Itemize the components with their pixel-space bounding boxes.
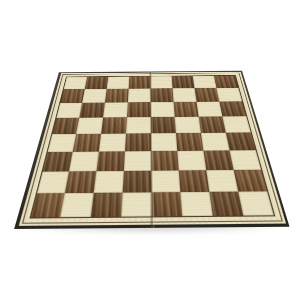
square-a1 [30,193,65,217]
square-f8 [172,76,195,89]
square-a2 [37,171,70,193]
square-e8 [150,76,172,89]
square-a4 [47,134,76,152]
square-c3 [97,151,125,171]
square-c1 [91,192,123,216]
square-c5 [101,117,127,133]
square-a6 [56,103,83,118]
square-g5 [198,117,225,133]
square-g7 [194,88,219,102]
square-e4 [151,133,177,151]
square-d8 [129,76,151,89]
square-c2 [94,171,124,193]
square-b1 [61,193,94,217]
square-g4 [201,133,230,151]
square-f7 [172,88,196,102]
square-a8 [63,77,87,90]
square-f3 [177,151,206,171]
square-f6 [173,102,198,117]
square-d1 [121,192,151,216]
square-d5 [126,117,151,133]
square-f2 [179,170,209,192]
square-h8 [214,75,238,88]
square-a7 [60,89,85,103]
square-c6 [103,103,128,118]
square-d2 [123,170,152,192]
square-f4 [176,133,203,151]
square-g8 [193,76,217,89]
square-d3 [124,151,151,171]
square-c8 [107,76,130,89]
square-e1 [152,192,183,216]
square-b6 [80,103,106,118]
square-e3 [151,151,178,171]
square-c7 [105,89,129,103]
square-d6 [127,102,151,117]
square-g6 [196,102,222,117]
square-a3 [42,152,73,172]
square-d7 [128,89,151,103]
square-e2 [151,170,180,192]
square-h1 [238,191,273,215]
square-b4 [73,134,101,152]
square-b5 [77,118,104,134]
square-d4 [125,133,151,151]
square-h7 [216,88,242,102]
square-h2 [233,170,266,192]
square-f5 [175,117,201,133]
square-e6 [151,102,175,117]
square-e7 [151,89,174,103]
square-b8 [85,76,108,89]
square-h3 [229,150,260,170]
square-g3 [203,150,233,170]
square-e5 [151,117,176,133]
square-f1 [180,192,212,216]
square-h5 [222,116,250,132]
square-g1 [209,191,243,215]
chess-board [14,71,289,229]
square-h4 [225,132,255,150]
square-b3 [69,151,99,171]
square-b7 [82,89,106,103]
square-a5 [52,118,80,134]
photo-background [0,0,300,300]
square-c4 [99,134,126,152]
square-b2 [65,171,96,193]
square-h6 [219,102,246,117]
